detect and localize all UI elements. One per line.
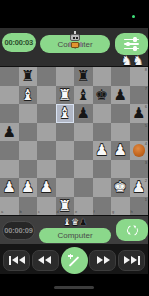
gesture-handle[interactable] [54,286,94,289]
square-c1[interactable]: c [37,197,56,216]
square-g2[interactable]: ♚ [111,178,130,197]
square-h1[interactable]: 1h [130,197,149,216]
black-pawn: ♟ [130,104,149,123]
bottom-player-bar: 00:00:09 ♝♛♟ Computer [0,216,148,244]
square-e6[interactable]: ♟ [74,104,93,123]
square-h2[interactable]: 2♟ [130,178,149,197]
rank-label: 8 [145,68,147,72]
square-b3[interactable] [19,160,38,179]
square-b5[interactable] [19,123,38,142]
square-d7[interactable]: ♜ [56,86,75,105]
captured-bishop: ♝ [63,217,71,227]
forward-button[interactable] [89,250,116,271]
white-pawn: ♟ [93,141,112,160]
square-b2[interactable]: ♟ [19,178,38,197]
forward-icon [97,256,103,264]
square-a7[interactable] [0,86,19,105]
square-f1[interactable]: f [93,197,112,216]
white-rook: ♜ [56,86,75,105]
hint-button[interactable] [61,247,88,274]
square-g8[interactable] [111,67,130,86]
magic-wand-icon [68,254,81,267]
top-captured-tray: ♞♞ [121,54,144,68]
square-h7[interactable]: 7 [130,86,149,105]
square-c6[interactable] [37,104,56,123]
rank-label: 7 [145,87,147,91]
square-g5[interactable] [111,123,130,142]
square-f7[interactable]: ♚ [93,86,112,105]
black-pawn: ♟ [0,123,19,142]
top-player-bar: 00:00:03 Computer ♞♞ [0,28,148,66]
file-label: h [131,210,133,214]
square-a2[interactable]: ♟ [0,178,19,197]
white-bishop: ♝ [56,104,75,123]
file-label: g [112,210,114,214]
square-a3[interactable] [0,160,19,179]
top-player-clock: 00:00:03 [2,33,36,52]
robot-icon [68,31,82,51]
captured-queen: ♛ [71,217,79,227]
square-d2[interactable] [56,178,75,197]
black-rook: ♜ [74,67,93,86]
rank-label: 4 [145,142,147,146]
white-pawn: ♟ [111,141,130,160]
square-g1[interactable]: g [111,197,130,216]
square-b6[interactable] [19,104,38,123]
black-bishop: ♝ [74,86,93,105]
file-label: b [20,210,22,214]
bottom-captured-tray: ♝♛♟ [63,217,87,227]
rank-label: 5 [145,124,147,128]
white-pawn: ♟ [19,178,38,197]
captured-knight: ♞ [121,54,133,68]
square-a6[interactable] [0,104,19,123]
square-h4[interactable]: 4 [130,141,149,160]
captured-knight: ♞ [132,54,144,68]
square-g7[interactable]: ♟ [111,86,130,105]
square-f6[interactable] [93,104,112,123]
square-a4[interactable] [0,141,19,160]
black-rook: ♜ [19,67,38,86]
square-c2[interactable]: ♟ [37,178,56,197]
rewind-button[interactable] [32,250,59,271]
chess-board: ♜♜8♝♜♝♚♟7♝♟6♟♟5♟♟43♟♟♟♚2♟abcd♜efg1h [0,66,148,216]
bottom-player-clock: 00:00:09 [2,221,35,240]
square-g6[interactable] [111,104,130,123]
black-pawn: ♟ [74,104,93,123]
square-h6[interactable]: 6♟ [130,104,149,123]
square-b1[interactable]: b [19,197,38,216]
file-label: e [75,210,77,214]
notification-dot [132,15,135,18]
rank-label: 1 [145,198,147,202]
square-d1[interactable]: d♜ [56,197,75,216]
skip-to-start-button[interactable] [3,250,30,271]
square-d8[interactable] [56,67,75,86]
square-e4[interactable] [74,141,93,160]
square-c4[interactable] [37,141,56,160]
bottom-player-name-pill: Computer [39,228,111,243]
captured-pawn: ♟ [79,217,87,227]
square-h5[interactable]: 5 [130,123,149,142]
square-g4[interactable]: ♟ [111,141,130,160]
square-b4[interactable] [19,141,38,160]
skip-start-icon [9,256,11,265]
square-a8[interactable] [0,67,19,86]
square-e7[interactable]: ♝ [74,86,93,105]
white-pawn: ♟ [37,178,56,197]
black-pawn: ♟ [111,86,130,105]
tune-sliders-icon [124,38,139,50]
rank-label: 3 [145,161,147,165]
square-d6[interactable]: ♝ [56,104,75,123]
square-c3[interactable] [37,160,56,179]
square-f3[interactable] [93,160,112,179]
white-rook: ♜ [56,197,75,216]
square-h3[interactable]: 3 [130,160,149,179]
white-king: ♚ [111,178,130,197]
android-nav-bar [0,274,148,296]
square-a5[interactable]: ♟ [0,123,19,142]
rewind-icon [38,256,44,264]
square-e2[interactable] [74,178,93,197]
file-label: c [38,210,40,214]
white-pawn: ♟ [130,178,149,197]
square-d5[interactable] [56,123,75,142]
skip-to-end-button[interactable] [118,250,145,271]
square-a1[interactable]: a [0,197,19,216]
top-player-name-pill: Computer [40,35,111,53]
white-bishop: ♝ [19,86,38,105]
square-h8[interactable]: 8 [130,67,149,86]
square-d3[interactable] [56,160,75,179]
square-d4[interactable] [56,141,75,160]
black-king: ♚ [93,86,112,105]
square-f2[interactable] [93,178,112,197]
square-f8[interactable] [93,67,112,86]
skip-end-icon [124,256,130,264]
square-c8[interactable] [37,67,56,86]
flip-board-button[interactable] [116,219,148,241]
white-pawn: ♟ [0,178,19,197]
media-controls [0,244,148,276]
refresh-icon [126,224,139,237]
square-c7[interactable] [37,86,56,105]
bottom-player-name: Computer [57,231,92,240]
square-e5[interactable] [74,123,93,142]
square-b7[interactable]: ♝ [19,86,38,105]
square-b8[interactable]: ♜ [19,67,38,86]
file-label: a [1,210,3,214]
settings-button[interactable] [115,33,148,55]
square-f5[interactable] [93,123,112,142]
status-bar [0,0,148,28]
orange-hint-marker [133,144,146,157]
square-e1[interactable]: e [74,197,93,216]
square-f4[interactable]: ♟ [93,141,112,160]
square-e8[interactable]: ♜ [74,67,93,86]
square-g3[interactable] [111,160,130,179]
file-label: f [94,210,95,214]
square-c5[interactable] [37,123,56,142]
square-e3[interactable] [74,160,93,179]
